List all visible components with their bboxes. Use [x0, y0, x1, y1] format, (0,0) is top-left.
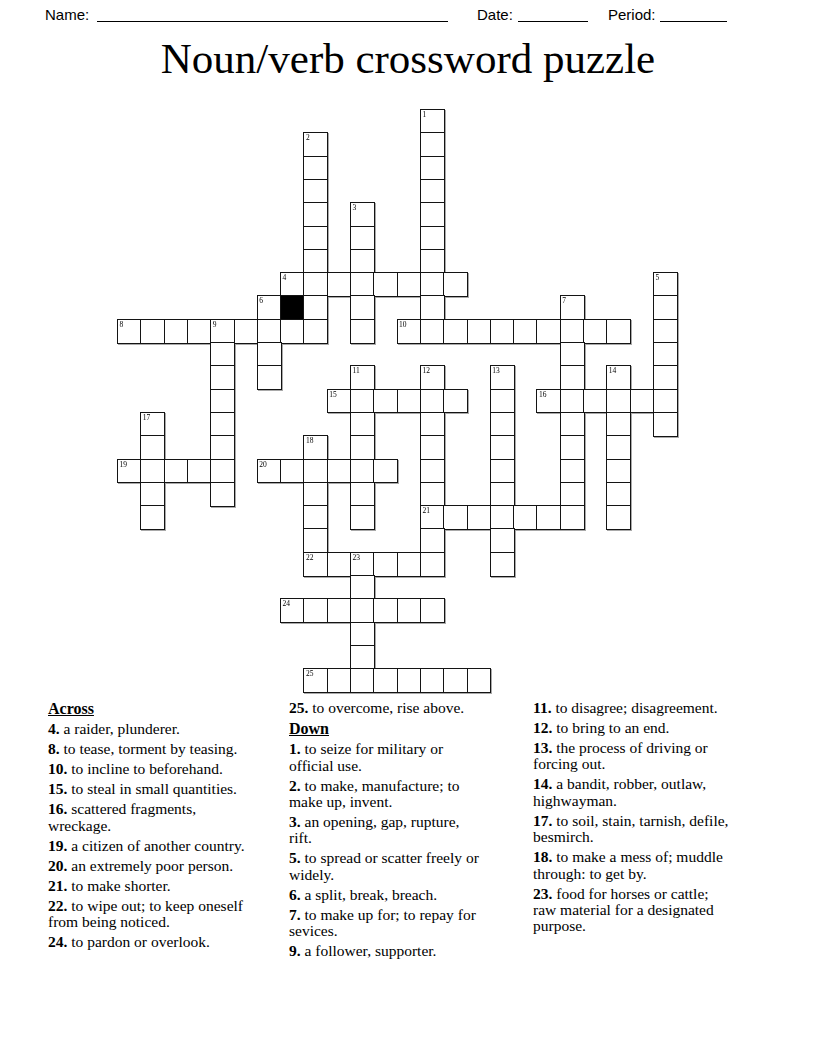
grid-cell-r11c6[interactable]	[257, 365, 282, 390]
grid-cell-r8c10[interactable]	[350, 295, 375, 320]
grid-cell-r24c13[interactable]	[420, 668, 445, 693]
grid-cell-r17c13[interactable]: 21	[420, 505, 445, 530]
clue-16: 16. scattered fragments, wreckage.	[48, 801, 288, 834]
grid-cell-r19c16[interactable]	[490, 552, 515, 577]
clue-number: 20.	[48, 857, 67, 874]
clue-8: 8. to tease, torment by teasing.	[48, 741, 288, 757]
grid-cell-r12c20[interactable]	[583, 389, 608, 414]
cell-number-12: 12	[422, 366, 430, 375]
clue-number: 3.	[289, 813, 301, 830]
grid-cell-r19c11[interactable]	[373, 552, 398, 577]
grid-cell-r9c5[interactable]	[234, 319, 259, 344]
grid-cell-r21c10[interactable]	[350, 598, 375, 623]
grid-cell-r21c7[interactable]: 24	[280, 598, 305, 623]
grid-cell-r14c16[interactable]	[490, 435, 515, 460]
grid-cell-r9c13[interactable]	[420, 319, 445, 344]
grid-cell-r18c16[interactable]	[490, 528, 515, 553]
grid-cell-r12c21[interactable]	[606, 389, 631, 414]
clue-24: 24. to pardon or overlook.	[48, 934, 288, 950]
grid-cell-r14c19[interactable]	[560, 435, 585, 460]
clue-15: 15. to steal in small quantities.	[48, 781, 288, 797]
grid-cell-r13c1[interactable]: 17	[140, 412, 165, 437]
grid-cell-r15c3[interactable]	[187, 459, 212, 484]
clue-number: 4.	[48, 720, 60, 737]
grid-cell-r12c12[interactable]	[397, 389, 422, 414]
grid-cell-r14c10[interactable]	[350, 435, 375, 460]
clue-11: 11. to disagree; disagreement.	[533, 700, 793, 716]
clue-number: 8.	[48, 740, 60, 757]
clue-5: 5. to spread or scatter freely or widely…	[289, 850, 531, 883]
grid-cell-r13c4[interactable]	[210, 412, 235, 437]
grid-cell-r24c12[interactable]	[397, 668, 422, 693]
grid-cell-r9c15[interactable]	[467, 319, 492, 344]
grid-cell-r12c22[interactable]	[630, 389, 655, 414]
grid-cell-r15c4[interactable]	[210, 459, 235, 484]
clue-number: 6.	[289, 886, 301, 903]
grid-cell-r16c21[interactable]	[606, 482, 631, 507]
cell-number-25: 25	[306, 669, 314, 678]
grid-cell-r9c18[interactable]	[536, 319, 561, 344]
grid-cell-r12c14[interactable]	[443, 389, 468, 414]
clue-number: 14.	[533, 775, 552, 792]
period-label: Period:	[608, 6, 656, 23]
grid-cell-r8c6[interactable]: 6	[257, 295, 282, 320]
clue-number: 7.	[289, 906, 301, 923]
grid-cell-r4c8[interactable]	[303, 202, 328, 227]
grid-cell-r7c13[interactable]	[420, 272, 445, 297]
grid-cell-r12c10[interactable]	[350, 389, 375, 414]
grid-cell-r4c10[interactable]: 3	[350, 202, 375, 227]
clues-down-header: Down	[289, 720, 531, 738]
grid-cell-r17c10[interactable]	[350, 505, 375, 530]
worksheet-page: { "header": { "name_label": "Name:", "da…	[0, 0, 816, 1056]
grid-cell-r19c12[interactable]	[397, 552, 422, 577]
grid-cell-r16c4[interactable]	[210, 482, 235, 507]
grid-cell-r24c8[interactable]: 25	[303, 668, 328, 693]
grid-cell-r9c0[interactable]: 8	[117, 319, 142, 344]
clue-number: 10.	[48, 760, 67, 777]
clue-number: 21.	[48, 877, 67, 894]
grid-cell-r17c16[interactable]	[490, 505, 515, 530]
grid-cell-r8c19[interactable]: 7	[560, 295, 585, 320]
cell-number-17: 17	[143, 413, 151, 422]
clue-4: 4. a raider, plunderer.	[48, 721, 288, 737]
grid-cell-r14c21[interactable]	[606, 435, 631, 460]
clue-number: 9.	[289, 942, 301, 959]
grid-cell-r23c10[interactable]	[350, 645, 375, 670]
clue-number: 15.	[48, 780, 67, 797]
grid-cell-r15c11[interactable]	[373, 459, 398, 484]
grid-cell-r13c10[interactable]	[350, 412, 375, 437]
grid-cell-r12c16[interactable]	[490, 389, 515, 414]
clue-number: 12.	[533, 719, 552, 736]
clue-18: 18. to make a mess of; muddle through: t…	[533, 849, 793, 882]
grid-cell-r15c10[interactable]	[350, 459, 375, 484]
clue-7: 7. to make up for; to repay for sevices.	[289, 907, 531, 940]
cell-number-18: 18	[306, 436, 314, 445]
clue-13: 13. the process of driving or forcing ou…	[533, 740, 793, 773]
clue-number: 1.	[289, 740, 301, 757]
grid-cell-r10c6[interactable]	[257, 342, 282, 367]
grid-cell-r5c13[interactable]	[420, 226, 445, 251]
crossword-grid: 1234567891011121314151617181920212223242…	[117, 109, 678, 693]
grid-cell-r9c19[interactable]	[560, 319, 585, 344]
cell-number-1: 1	[422, 110, 426, 119]
grid-cell-r9c21[interactable]	[606, 319, 631, 344]
grid-cell-r9c23[interactable]	[653, 319, 678, 344]
grid-cell-r15c7[interactable]	[280, 459, 305, 484]
grid-cell-r16c13[interactable]	[420, 482, 445, 507]
grid-cell-r14c1[interactable]	[140, 435, 165, 460]
grid-cell-r17c15[interactable]	[467, 505, 492, 530]
grid-cell-r12c19[interactable]	[560, 389, 585, 414]
grid-cell-r6c8[interactable]	[303, 249, 328, 274]
grid-cell-r7c8[interactable]	[303, 272, 328, 297]
grid-cell-r3c8[interactable]	[303, 179, 328, 204]
grid-cell-r9c4[interactable]: 9	[210, 319, 235, 344]
date-label: Date:	[477, 6, 513, 23]
cell-number-4: 4	[283, 273, 287, 282]
grid-cell-r24c15[interactable]	[467, 668, 492, 693]
grid-cell-r17c18[interactable]	[536, 505, 561, 530]
grid-cell-r4c13[interactable]	[420, 202, 445, 227]
grid-cell-r17c14[interactable]	[443, 505, 468, 530]
cell-number-5: 5	[655, 273, 659, 282]
grid-cell-r9c1[interactable]	[140, 319, 165, 344]
clue-number: 11.	[533, 699, 552, 716]
clue-23: 23. food for horses or cattle; raw mater…	[533, 886, 793, 935]
grid-cell-r15c19[interactable]	[560, 459, 585, 484]
grid-cell-r11c13[interactable]: 12	[420, 365, 445, 390]
grid-cell-r6c10[interactable]	[350, 249, 375, 274]
cell-number-16: 16	[539, 390, 547, 399]
grid-cell-r16c16[interactable]	[490, 482, 515, 507]
clue-17: 17. to soil, stain, tarnish, defile, bes…	[533, 813, 793, 846]
grid-cell-r14c13[interactable]	[420, 435, 445, 460]
clue-19: 19. a citizen of another country.	[48, 838, 288, 854]
grid-cell-r18c13[interactable]	[420, 528, 445, 553]
grid-cell-r15c1[interactable]	[140, 459, 165, 484]
grid-cell-r17c17[interactable]	[513, 505, 538, 530]
grid-cell-r15c16[interactable]	[490, 459, 515, 484]
cell-number-21: 21	[422, 506, 430, 515]
clue-9: 9. a follower, supporter.	[289, 943, 531, 959]
grid-cell-r19c8[interactable]: 22	[303, 552, 328, 577]
grid-cell-r14c4[interactable]	[210, 435, 235, 460]
cell-number-9: 9	[213, 320, 217, 329]
grid-cell-r12c23[interactable]	[653, 389, 678, 414]
cell-number-11: 11	[353, 366, 360, 375]
clue-number: 18.	[533, 848, 552, 865]
grid-cell-r1c13[interactable]	[420, 132, 445, 157]
grid-cell-r12c9[interactable]: 15	[327, 389, 352, 414]
grid-cell-r9c10[interactable]	[350, 319, 375, 344]
grid-cell-r13c16[interactable]	[490, 412, 515, 437]
grid-cell-r14c8[interactable]: 18	[303, 435, 328, 460]
grid-cell-r3c13[interactable]	[420, 179, 445, 204]
grid-cell-r20c10[interactable]	[350, 575, 375, 600]
clue-number: 16.	[48, 800, 67, 817]
grid-cell-r13c23[interactable]	[653, 412, 678, 437]
grid-cell-r5c8[interactable]	[303, 226, 328, 251]
grid-cell-r11c10[interactable]: 11	[350, 365, 375, 390]
grid-cell-r9c2[interactable]	[164, 319, 189, 344]
grid-cell-r17c21[interactable]	[606, 505, 631, 530]
grid-cell-r9c17[interactable]	[513, 319, 538, 344]
cell-number-7: 7	[562, 296, 566, 305]
grid-cell-r17c8[interactable]	[303, 505, 328, 530]
grid-cell-r15c2[interactable]	[164, 459, 189, 484]
grid-cell-r7c11[interactable]	[373, 272, 398, 297]
grid-cell-r2c13[interactable]	[420, 156, 445, 181]
grid-cell-r11c21[interactable]: 14	[606, 365, 631, 390]
grid-cell-r16c1[interactable]	[140, 482, 165, 507]
grid-cell-r12c13[interactable]	[420, 389, 445, 414]
grid-cell-r22c10[interactable]	[350, 622, 375, 647]
grid-cell-r1c8[interactable]: 2	[303, 132, 328, 157]
grid-cell-r24c10[interactable]	[350, 668, 375, 693]
period-blank-line	[660, 5, 727, 22]
grid-cell-r8c13[interactable]	[420, 295, 445, 320]
grid-cell-r17c1[interactable]	[140, 505, 165, 530]
clue-number: 22.	[48, 897, 67, 914]
cell-number-24: 24	[283, 599, 291, 608]
grid-cell-r0c13[interactable]: 1	[420, 109, 445, 134]
clue-21: 21. to make shorter.	[48, 878, 288, 894]
cell-number-15: 15	[329, 390, 337, 399]
cell-number-20: 20	[259, 460, 267, 469]
name-blank-line	[97, 5, 448, 22]
grid-cell-r7c23[interactable]: 5	[653, 272, 678, 297]
clue-number: 2.	[289, 777, 301, 794]
cell-number-6: 6	[259, 296, 263, 305]
grid-cell-r9c12[interactable]: 10	[397, 319, 422, 344]
grid-cell-r15c13[interactable]	[420, 459, 445, 484]
grid-cell-r7c10[interactable]	[350, 272, 375, 297]
grid-cell-r9c14[interactable]	[443, 319, 468, 344]
clue-14: 14. a bandit, robber, outlaw, highwayman…	[533, 776, 793, 809]
grid-cell-r7c7[interactable]: 4	[280, 272, 305, 297]
clue-number: 23.	[533, 885, 552, 902]
grid-cell-r12c11[interactable]	[373, 389, 398, 414]
clues-column-across: Across4. a raider, plunderer.8. to tease…	[48, 700, 288, 954]
grid-cell-r15c8[interactable]	[303, 459, 328, 484]
clue-25: 25. to overcome, rise above.	[289, 700, 531, 716]
grid-cell-r24c9[interactable]	[327, 668, 352, 693]
clue-20: 20. an extremely poor person.	[48, 858, 288, 874]
clue-22: 22. to wipe out; to keep oneself from be…	[48, 898, 288, 931]
clues-column-down-continued: 11. to disagree; disagreement.12. to bri…	[533, 700, 793, 938]
grid-cell-r10c23[interactable]	[653, 342, 678, 367]
grid-cell-r9c8[interactable]	[303, 319, 328, 344]
clue-number: 19.	[48, 837, 67, 854]
grid-cell-r9c16[interactable]	[490, 319, 515, 344]
grid-cell-r6c13[interactable]	[420, 249, 445, 274]
grid-cell-r8c23[interactable]	[653, 295, 678, 320]
name-label: Name:	[45, 6, 89, 23]
black-cell-r8c7	[280, 295, 305, 320]
grid-cell-r19c9[interactable]	[327, 552, 352, 577]
clues-across-header: Across	[48, 700, 288, 718]
grid-cell-r19c13[interactable]	[420, 552, 445, 577]
grid-cell-r21c13[interactable]	[420, 598, 445, 623]
grid-cell-r13c19[interactable]	[560, 412, 585, 437]
grid-cell-r7c9[interactable]	[327, 272, 352, 297]
grid-cell-r21c11[interactable]	[373, 598, 398, 623]
cell-number-3: 3	[353, 203, 357, 212]
grid-cell-r9c7[interactable]	[280, 319, 305, 344]
grid-cell-r11c4[interactable]	[210, 365, 235, 390]
grid-cell-r5c10[interactable]	[350, 226, 375, 251]
grid-cell-r11c19[interactable]	[560, 365, 585, 390]
cell-number-22: 22	[306, 553, 314, 562]
clue-number: 13.	[533, 739, 552, 756]
clue-6: 6. a split, break, breach.	[289, 887, 531, 903]
clue-2: 2. to make, manufacture; to make up, inv…	[289, 778, 531, 811]
clue-number: 17.	[533, 812, 552, 829]
clues-column-down: 25. to overcome, rise above.Down1. to se…	[289, 700, 531, 963]
grid-cell-r15c9[interactable]	[327, 459, 352, 484]
grid-cell-r13c21[interactable]	[606, 412, 631, 437]
grid-cell-r15c6[interactable]: 20	[257, 459, 282, 484]
grid-cell-r12c4[interactable]	[210, 389, 235, 414]
grid-cell-r12c18[interactable]: 16	[536, 389, 561, 414]
grid-cell-r7c12[interactable]	[397, 272, 422, 297]
grid-cell-r17c19[interactable]	[560, 505, 585, 530]
grid-cell-r11c16[interactable]: 13	[490, 365, 515, 390]
date-blank-line	[518, 5, 588, 22]
grid-cell-r9c3[interactable]	[187, 319, 212, 344]
clue-10: 10. to incline to beforehand.	[48, 761, 288, 777]
grid-cell-r10c19[interactable]	[560, 342, 585, 367]
grid-cell-r19c10[interactable]: 23	[350, 552, 375, 577]
grid-cell-r7c14[interactable]	[443, 272, 468, 297]
clue-number: 24.	[48, 933, 67, 950]
cell-number-10: 10	[399, 320, 407, 329]
grid-cell-r2c8[interactable]	[303, 156, 328, 181]
grid-cell-r16c19[interactable]	[560, 482, 585, 507]
cell-number-19: 19	[120, 460, 128, 469]
grid-cell-r16c10[interactable]	[350, 482, 375, 507]
grid-cell-r11c23[interactable]	[653, 365, 678, 390]
grid-cell-r21c9[interactable]	[327, 598, 352, 623]
grid-cell-r15c0[interactable]: 19	[117, 459, 142, 484]
grid-cell-r13c13[interactable]	[420, 412, 445, 437]
grid-cell-r21c8[interactable]	[303, 598, 328, 623]
grid-cell-r16c8[interactable]	[303, 482, 328, 507]
cell-number-14: 14	[609, 366, 617, 375]
cell-number-8: 8	[120, 320, 124, 329]
clue-number: 25.	[289, 699, 308, 716]
grid-cell-r24c11[interactable]	[373, 668, 398, 693]
grid-cell-r15c21[interactable]	[606, 459, 631, 484]
cell-number-13: 13	[492, 366, 500, 375]
grid-cell-r21c12[interactable]	[397, 598, 422, 623]
grid-cell-r24c14[interactable]	[443, 668, 468, 693]
grid-cell-r9c20[interactable]	[583, 319, 608, 344]
grid-cell-r9c6[interactable]	[257, 319, 282, 344]
grid-cell-r10c4[interactable]	[210, 342, 235, 367]
cell-number-23: 23	[353, 553, 361, 562]
page-title: Noun/verb crossword puzzle	[0, 34, 816, 83]
clue-3: 3. an opening, gap, rupture, rift.	[289, 814, 531, 847]
clue-number: 5.	[289, 849, 301, 866]
clue-12: 12. to bring to an end.	[533, 720, 793, 736]
cell-number-2: 2	[306, 133, 310, 142]
grid-cell-r8c8[interactable]	[303, 295, 328, 320]
clue-1: 1. to seize for military or official use…	[289, 741, 531, 774]
grid-cell-r18c8[interactable]	[303, 528, 328, 553]
